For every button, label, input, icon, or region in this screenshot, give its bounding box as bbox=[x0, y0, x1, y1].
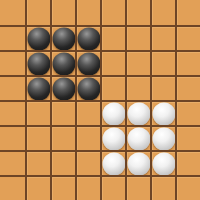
cell-r2c5[interactable] bbox=[125, 50, 150, 75]
cell-r4c4[interactable] bbox=[100, 100, 125, 125]
cell-r3c4[interactable] bbox=[100, 75, 125, 100]
cell-r4c1[interactable] bbox=[25, 100, 50, 125]
cell-r2c6[interactable] bbox=[150, 50, 175, 75]
cell-r5c3[interactable] bbox=[75, 125, 100, 150]
white-stone bbox=[102, 152, 125, 175]
cell-r4c7[interactable] bbox=[175, 100, 200, 125]
cell-r1c7[interactable] bbox=[175, 25, 200, 50]
white-stone bbox=[152, 102, 175, 125]
cell-r4c6[interactable] bbox=[150, 100, 175, 125]
cell-r6c5[interactable] bbox=[125, 150, 150, 175]
black-stone bbox=[77, 77, 100, 100]
white-stone bbox=[102, 127, 125, 150]
cell-r6c0[interactable] bbox=[0, 150, 25, 175]
cell-r1c6[interactable] bbox=[150, 25, 175, 50]
white-stone bbox=[152, 152, 175, 175]
board bbox=[0, 0, 200, 200]
cell-r2c1[interactable] bbox=[25, 50, 50, 75]
cell-r4c2[interactable] bbox=[50, 100, 75, 125]
cell-r7c7[interactable] bbox=[175, 175, 200, 200]
black-stone bbox=[52, 52, 75, 75]
white-stone bbox=[127, 102, 150, 125]
black-stone bbox=[52, 27, 75, 50]
cell-r3c2[interactable] bbox=[50, 75, 75, 100]
cell-r1c3[interactable] bbox=[75, 25, 100, 50]
black-stone bbox=[27, 52, 50, 75]
cell-r0c2[interactable] bbox=[50, 0, 75, 25]
cell-r7c2[interactable] bbox=[50, 175, 75, 200]
cell-r5c0[interactable] bbox=[0, 125, 25, 150]
cell-r2c0[interactable] bbox=[0, 50, 25, 75]
cell-r5c5[interactable] bbox=[125, 125, 150, 150]
cell-r5c1[interactable] bbox=[25, 125, 50, 150]
cell-r5c4[interactable] bbox=[100, 125, 125, 150]
cell-r1c4[interactable] bbox=[100, 25, 125, 50]
cell-r4c3[interactable] bbox=[75, 100, 100, 125]
cell-r7c4[interactable] bbox=[100, 175, 125, 200]
black-stone bbox=[52, 77, 75, 100]
cell-r2c4[interactable] bbox=[100, 50, 125, 75]
cell-r5c7[interactable] bbox=[175, 125, 200, 150]
cell-r2c2[interactable] bbox=[50, 50, 75, 75]
cell-r0c6[interactable] bbox=[150, 0, 175, 25]
cell-r1c2[interactable] bbox=[50, 25, 75, 50]
cell-r4c5[interactable] bbox=[125, 100, 150, 125]
cell-r4c0[interactable] bbox=[0, 100, 25, 125]
cell-r6c1[interactable] bbox=[25, 150, 50, 175]
white-stone bbox=[152, 127, 175, 150]
cell-r0c3[interactable] bbox=[75, 0, 100, 25]
cell-r3c7[interactable] bbox=[175, 75, 200, 100]
cell-r0c4[interactable] bbox=[100, 0, 125, 25]
cell-r1c1[interactable] bbox=[25, 25, 50, 50]
black-stone bbox=[27, 27, 50, 50]
white-stone bbox=[127, 127, 150, 150]
cell-r2c7[interactable] bbox=[175, 50, 200, 75]
cell-r2c3[interactable] bbox=[75, 50, 100, 75]
cell-r3c1[interactable] bbox=[25, 75, 50, 100]
cell-r6c6[interactable] bbox=[150, 150, 175, 175]
cell-r7c5[interactable] bbox=[125, 175, 150, 200]
cell-r3c5[interactable] bbox=[125, 75, 150, 100]
cell-r7c3[interactable] bbox=[75, 175, 100, 200]
cell-r6c7[interactable] bbox=[175, 150, 200, 175]
cell-r1c5[interactable] bbox=[125, 25, 150, 50]
cell-r3c0[interactable] bbox=[0, 75, 25, 100]
cell-r6c4[interactable] bbox=[100, 150, 125, 175]
cell-r0c5[interactable] bbox=[125, 0, 150, 25]
cell-r6c2[interactable] bbox=[50, 150, 75, 175]
black-stone bbox=[77, 52, 100, 75]
cell-r5c6[interactable] bbox=[150, 125, 175, 150]
cell-r7c6[interactable] bbox=[150, 175, 175, 200]
white-stone bbox=[127, 152, 150, 175]
cell-r1c0[interactable] bbox=[0, 25, 25, 50]
cell-r0c1[interactable] bbox=[25, 0, 50, 25]
cell-r5c2[interactable] bbox=[50, 125, 75, 150]
cell-r7c1[interactable] bbox=[25, 175, 50, 200]
black-stone bbox=[27, 77, 50, 100]
cell-r0c7[interactable] bbox=[175, 0, 200, 25]
cell-r3c3[interactable] bbox=[75, 75, 100, 100]
cell-r6c3[interactable] bbox=[75, 150, 100, 175]
cell-r3c6[interactable] bbox=[150, 75, 175, 100]
black-stone bbox=[77, 27, 100, 50]
cell-r7c0[interactable] bbox=[0, 175, 25, 200]
cell-r0c0[interactable] bbox=[0, 0, 25, 25]
white-stone bbox=[102, 102, 125, 125]
